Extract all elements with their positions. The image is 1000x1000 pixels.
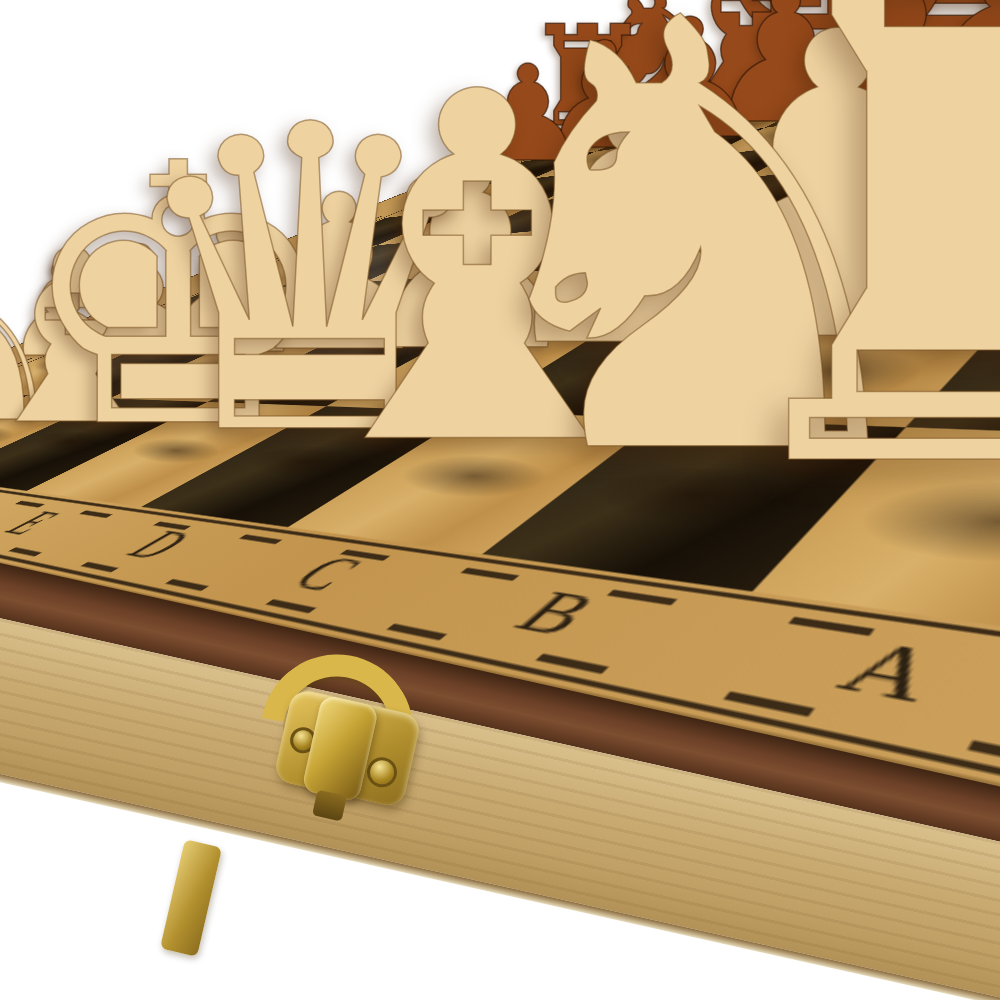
latch-notch [312, 790, 347, 822]
file-label-e: E [0, 505, 76, 544]
product-photo-scene: HGFEDCBA ♜♞♟♝♟♛♟♚♟♝♞♟♜♟♟♟♟♟♟♟♟♟♟♟♜♞♝♚♛♝♞… [0, 0, 1000, 1000]
brass-hinge-sliver [160, 839, 222, 957]
file-label-c: C [271, 547, 381, 604]
file-label-a: A [820, 627, 962, 724]
file-label-d: D [108, 523, 210, 570]
file-label-b: B [494, 580, 616, 651]
